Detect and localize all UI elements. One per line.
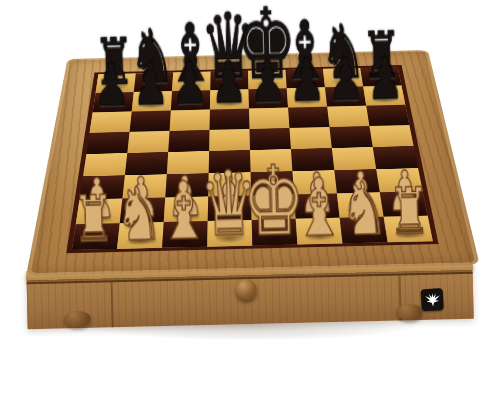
square-b6 bbox=[130, 110, 171, 131]
square-e7: ♟ bbox=[249, 88, 289, 108]
product-photo: ♜♞♝♛♚♝♞♜♟♟♟♟♟♟♟♟♟♟♟♟♟♟♟♟♜♞♝♛♚♝♞♜ bbox=[0, 0, 500, 399]
chess-board-frame: ♜♞♝♛♚♝♞♜♟♟♟♟♟♟♟♟♟♟♟♟♟♟♟♟♜♞♝♛♚♝♞♜ bbox=[26, 50, 480, 276]
black-pawn-c7: ♟ bbox=[171, 56, 209, 110]
square-b7: ♟ bbox=[132, 91, 172, 111]
white-rook-h1: ♜ bbox=[388, 183, 431, 241]
white-rook-a1: ♜ bbox=[72, 191, 115, 249]
square-g1: ♞ bbox=[340, 217, 388, 244]
square-e1: ♚ bbox=[252, 219, 298, 246]
white-bishop-f1: ♝ bbox=[292, 171, 345, 244]
square-c1: ♝ bbox=[162, 221, 208, 248]
square-a6 bbox=[90, 111, 132, 132]
square-h7: ♟ bbox=[363, 85, 405, 105]
white-bishop-c1: ♝ bbox=[157, 175, 210, 248]
square-g7: ♟ bbox=[325, 86, 366, 106]
square-e6 bbox=[249, 108, 289, 129]
black-pawn-b7: ♟ bbox=[132, 57, 170, 111]
square-b1: ♞ bbox=[117, 222, 164, 249]
square-c6 bbox=[170, 110, 210, 131]
black-pawn-g7: ♟ bbox=[327, 52, 365, 106]
square-g5 bbox=[329, 126, 372, 148]
square-c7: ♟ bbox=[171, 90, 210, 110]
square-d7: ♟ bbox=[210, 89, 249, 109]
square-c5 bbox=[168, 130, 209, 152]
square-d6 bbox=[210, 109, 250, 130]
square-a1: ♜ bbox=[72, 223, 120, 250]
board-tilt: ♜♞♝♛♚♝♞♜♟♟♟♟♟♟♟♟♟♟♟♟♟♟♟♟♜♞♝♛♚♝♞♜ bbox=[26, 50, 480, 276]
square-h1: ♜ bbox=[384, 216, 433, 243]
square-f7: ♟ bbox=[287, 87, 327, 107]
black-pawn-e7: ♟ bbox=[249, 54, 287, 108]
square-h6 bbox=[366, 105, 409, 126]
square-a7: ♟ bbox=[93, 92, 134, 112]
square-h5 bbox=[369, 125, 413, 147]
white-knight-g1: ♞ bbox=[340, 176, 389, 243]
black-pawn-d7: ♟ bbox=[210, 55, 248, 109]
square-a5 bbox=[86, 132, 129, 154]
square-g6 bbox=[327, 106, 369, 127]
black-pawn-f7: ♟ bbox=[288, 53, 326, 107]
square-b5 bbox=[127, 131, 169, 153]
chess-board: ♜♞♝♛♚♝♞♜♟♟♟♟♟♟♟♟♟♟♟♟♟♟♟♟♜♞♝♛♚♝♞♜ bbox=[66, 65, 438, 253]
square-f1: ♝ bbox=[296, 218, 343, 245]
black-pawn-a7: ♟ bbox=[93, 58, 131, 112]
black-pawn-h7: ♟ bbox=[366, 51, 404, 105]
board-scene: ♜♞♝♛♚♝♞♜♟♟♟♟♟♟♟♟♟♟♟♟♟♟♟♟♜♞♝♛♚♝♞♜ bbox=[44, 0, 455, 356]
white-knight-b1: ♞ bbox=[114, 181, 163, 248]
square-f6 bbox=[288, 107, 329, 128]
